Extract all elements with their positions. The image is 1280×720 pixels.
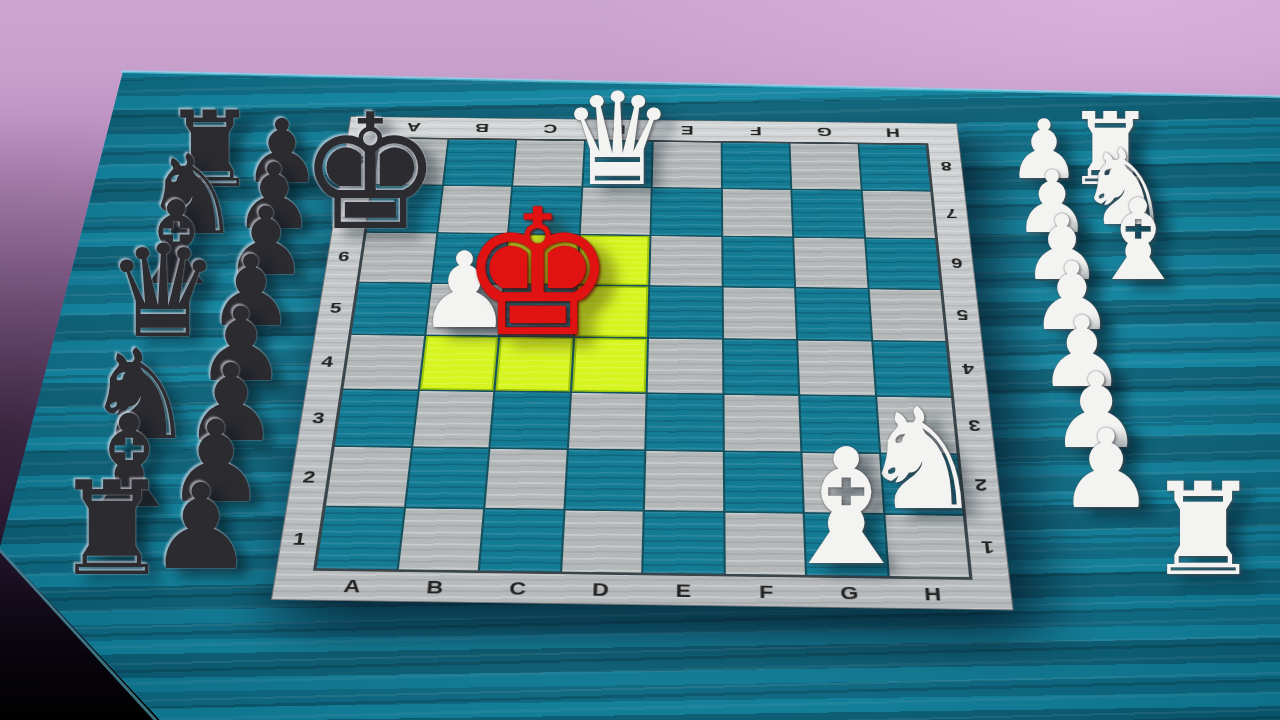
square-b3[interactable] — [413, 391, 494, 448]
black-rook-captured-6[interactable]: ♜ — [54, 464, 171, 594]
rank-label-right-5: 5 — [943, 289, 982, 342]
square-f4[interactable] — [724, 340, 799, 394]
file-label-bottom-E: E — [642, 575, 725, 606]
square-e2[interactable] — [645, 451, 723, 511]
white-bishop-g1[interactable]: ♝ — [774, 428, 917, 588]
square-e5[interactable] — [649, 286, 721, 338]
square-e4[interactable] — [648, 339, 722, 393]
square-h8[interactable] — [859, 144, 930, 190]
file-label-bottom-D: D — [558, 574, 642, 605]
file-label-top-H: H — [858, 122, 928, 143]
rank-label-right-6: 6 — [938, 238, 976, 289]
file-label-bottom-A: A — [309, 571, 396, 602]
square-c2[interactable] — [485, 449, 566, 509]
square-a2[interactable] — [326, 447, 410, 506]
white-rook-captured-3[interactable]: ♜ — [1146, 466, 1261, 594]
file-label-top-F: F — [721, 121, 790, 142]
file-label-top-G: G — [790, 121, 860, 142]
white-pawn-captured-10[interactable]: ♟ — [1057, 415, 1155, 524]
square-b2[interactable] — [406, 448, 489, 507]
square-g7[interactable] — [792, 190, 863, 238]
square-g6[interactable] — [794, 238, 867, 288]
square-b1[interactable] — [398, 508, 483, 570]
square-e1[interactable] — [643, 511, 723, 574]
square-g5[interactable] — [796, 288, 871, 340]
square-h6[interactable] — [866, 239, 940, 289]
square-a1[interactable] — [317, 507, 404, 569]
file-label-top-B: B — [447, 117, 517, 138]
square-f5[interactable] — [723, 287, 796, 339]
square-g8[interactable] — [790, 144, 860, 190]
square-h5[interactable] — [869, 289, 945, 341]
square-d1[interactable] — [562, 510, 643, 572]
file-label-bottom-B: B — [392, 572, 478, 603]
square-c3[interactable] — [491, 392, 570, 449]
square-d2[interactable] — [565, 450, 644, 510]
square-a3[interactable] — [335, 390, 417, 447]
square-e3[interactable] — [646, 394, 722, 451]
square-a4[interactable] — [343, 335, 423, 389]
rank-label-right-7: 7 — [933, 190, 971, 239]
file-label-bottom-C: C — [475, 573, 560, 604]
rank-label-right-8: 8 — [928, 143, 965, 190]
black-king-a7[interactable]: ♚ — [298, 93, 441, 253]
red-king-c5[interactable]: ♚ — [459, 186, 616, 361]
square-e6[interactable] — [650, 236, 721, 286]
square-f7[interactable] — [722, 189, 792, 237]
chess-3d-scene: ABCDEFGH ABCDEFGH 87654321 87654321 ♜♞♝♛… — [0, 0, 1280, 720]
square-d3[interactable] — [568, 393, 645, 450]
square-h7[interactable] — [862, 191, 935, 239]
square-c1[interactable] — [480, 509, 563, 571]
square-f6[interactable] — [723, 237, 794, 287]
square-f8[interactable] — [722, 143, 790, 189]
